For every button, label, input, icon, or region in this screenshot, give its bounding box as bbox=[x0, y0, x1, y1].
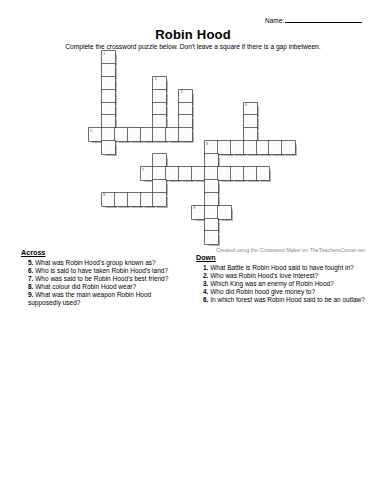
crossword-cell[interactable] bbox=[153, 193, 166, 206]
crossword-cell[interactable]: 3 bbox=[179, 90, 192, 103]
crossword-cell[interactable] bbox=[179, 115, 192, 128]
crossword-cell[interactable] bbox=[153, 180, 166, 193]
crossword-cell[interactable] bbox=[179, 103, 192, 116]
crossword-cell[interactable]: 7 bbox=[141, 167, 154, 180]
crossword-cell[interactable] bbox=[205, 180, 218, 193]
crossword-cell[interactable] bbox=[102, 128, 115, 141]
crossword-cell[interactable] bbox=[205, 206, 218, 219]
crossword-cell[interactable] bbox=[166, 128, 179, 141]
crossword-cell[interactable] bbox=[205, 154, 218, 167]
down-clue-list: 1. What Battle is Robin Hood said to hav… bbox=[203, 264, 369, 304]
crossword-cell[interactable] bbox=[102, 141, 115, 154]
crossword-cell[interactable] bbox=[244, 115, 257, 128]
across-clue-list: 5. What was Robin Hood's group known as?… bbox=[28, 259, 180, 307]
crossword-cell[interactable] bbox=[205, 231, 218, 244]
crossword-cell[interactable] bbox=[153, 90, 166, 103]
clue-text: Who is said to have taken Robin Hood's l… bbox=[33, 267, 168, 274]
crossword-cell[interactable] bbox=[257, 141, 270, 154]
crossword-cell[interactable] bbox=[244, 167, 257, 180]
across-clue: 7. Who was said to be Robin Hood's best … bbox=[28, 275, 180, 283]
crossword-cell[interactable] bbox=[102, 103, 115, 116]
across-clue: 6. Who is said to have taken Robin Hood'… bbox=[28, 267, 180, 275]
crossword-cell[interactable]: 4 bbox=[244, 103, 257, 116]
cell-number: 3 bbox=[180, 90, 182, 94]
crossword-cell[interactable]: 1 bbox=[102, 51, 115, 64]
clue-text: In which forest was Robin Hood said to b… bbox=[208, 296, 364, 303]
across-header: Across bbox=[21, 248, 189, 257]
crossword-cell[interactable] bbox=[141, 193, 154, 206]
name-input-line[interactable] bbox=[285, 16, 362, 23]
crossword-cell[interactable] bbox=[244, 128, 257, 141]
cell-number: 4 bbox=[245, 103, 247, 107]
crossword-cell[interactable] bbox=[102, 90, 115, 103]
crossword-cell[interactable] bbox=[282, 141, 295, 154]
crossword-cell[interactable] bbox=[205, 193, 218, 206]
crossword-cell[interactable] bbox=[269, 141, 282, 154]
clue-text: What Battle is Robin Hood said to have f… bbox=[208, 264, 353, 271]
clue-text: Which King was an enemy of Robin Hood? bbox=[208, 280, 333, 287]
crossword-cell[interactable]: 5 bbox=[89, 128, 102, 141]
crossword-cell[interactable] bbox=[153, 115, 166, 128]
crossword-cell[interactable] bbox=[153, 128, 166, 141]
crossword-cell[interactable] bbox=[153, 154, 166, 167]
cell-number: 5 bbox=[90, 129, 92, 133]
crossword-cell[interactable] bbox=[179, 167, 192, 180]
crossword-cell[interactable] bbox=[141, 128, 154, 141]
page-title: Robin Hood bbox=[0, 27, 386, 42]
cell-number: 9 bbox=[193, 206, 195, 210]
clue-text: What colour did Robin Hood wear? bbox=[33, 283, 136, 290]
cell-number: 2 bbox=[155, 77, 157, 81]
clue-text: What was Robin Hood's group known as? bbox=[33, 259, 155, 266]
crossword-cell[interactable] bbox=[244, 141, 257, 154]
crossword-cell[interactable] bbox=[218, 141, 231, 154]
crossword-cell[interactable]: 8 bbox=[102, 193, 115, 206]
cell-number: 7 bbox=[142, 168, 144, 172]
crossword-cell[interactable] bbox=[102, 64, 115, 77]
worksheet-background: Name: Robin Hood Complete the crossword … bbox=[0, 0, 386, 500]
crossword-cell[interactable] bbox=[153, 103, 166, 116]
name-label: Name: bbox=[265, 17, 284, 24]
across-clue: 9. What was the main weapon Robin Hood s… bbox=[28, 291, 180, 307]
crossword-cell[interactable] bbox=[115, 193, 128, 206]
clue-text: Who did Robin hood give money to? bbox=[208, 288, 315, 295]
crossword-cell[interactable] bbox=[179, 128, 192, 141]
crossword-cell[interactable]: 2 bbox=[153, 77, 166, 90]
crossword-cell[interactable] bbox=[128, 193, 141, 206]
instructions-text: Complete the crossword puzzle below. Don… bbox=[0, 43, 386, 50]
down-clue: 4. Who did Robin hood give money to? bbox=[203, 288, 369, 296]
clue-text: Who was said to be Robin Hood's best fri… bbox=[33, 275, 168, 282]
down-clue: 3. Which King was an enemy of Robin Hood… bbox=[203, 280, 369, 288]
crossword-cell[interactable] bbox=[102, 115, 115, 128]
crossword-cell[interactable]: 6 bbox=[205, 141, 218, 154]
across-clues-section: Across 5. What was Robin Hood's group kn… bbox=[21, 248, 189, 307]
crossword-cell[interactable] bbox=[166, 167, 179, 180]
crossword-grid: 123456789 bbox=[89, 51, 295, 244]
crossword-cell[interactable] bbox=[218, 167, 231, 180]
crossword-cell[interactable] bbox=[115, 128, 128, 141]
clue-text: What was the main weapon Robin Hood supp… bbox=[28, 291, 151, 306]
down-header: Down bbox=[196, 253, 372, 262]
worksheet-page: { "game": "crossword", "header": { "name… bbox=[0, 0, 386, 500]
down-clue: 6. In which forest was Robin Hood said t… bbox=[203, 296, 369, 304]
crossword-cell[interactable] bbox=[205, 167, 218, 180]
crossword-cell[interactable] bbox=[218, 206, 231, 219]
across-clue: 8. What colour did Robin Hood wear? bbox=[28, 283, 180, 291]
down-clue: 1. What Battle is Robin Hood said to hav… bbox=[203, 264, 369, 272]
cell-number: 6 bbox=[206, 142, 208, 146]
crossword-cell[interactable] bbox=[153, 167, 166, 180]
crossword-cell[interactable] bbox=[192, 167, 205, 180]
cell-number: 8 bbox=[103, 193, 105, 197]
crossword-cell[interactable]: 9 bbox=[192, 206, 205, 219]
crossword-cell[interactable] bbox=[205, 219, 218, 232]
crossword-cell[interactable] bbox=[128, 128, 141, 141]
down-clue: 2. Who was Robin Hood's love interest? bbox=[203, 272, 369, 280]
crossword-cell[interactable] bbox=[102, 77, 115, 90]
across-clue: 5. What was Robin Hood's group known as? bbox=[28, 259, 180, 267]
crossword-cell[interactable] bbox=[231, 167, 244, 180]
clue-text: Who was Robin Hood's love interest? bbox=[208, 272, 318, 279]
crossword-cell[interactable] bbox=[231, 141, 244, 154]
down-clues-section: Down 1. What Battle is Robin Hood said t… bbox=[196, 253, 372, 304]
crossword-cell[interactable] bbox=[257, 167, 270, 180]
name-row: Name: bbox=[265, 16, 362, 24]
cell-number: 1 bbox=[103, 52, 105, 56]
